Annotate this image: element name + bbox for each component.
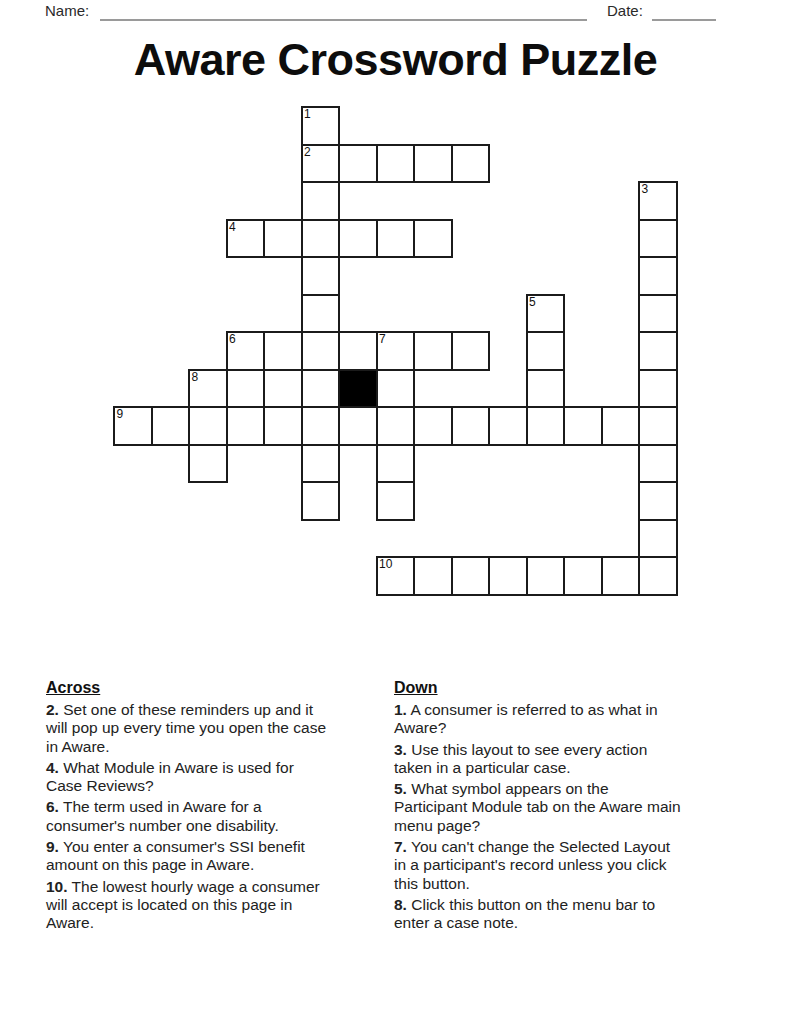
clue-line: 2. Set one of these reminders up and it bbox=[46, 701, 398, 719]
name-label: Name: bbox=[45, 2, 89, 19]
clue-across-4: 4. What Module in Aware is used forCase … bbox=[46, 759, 398, 796]
cell-number: 1 bbox=[304, 108, 311, 120]
clue-line: taken in a particular case. bbox=[394, 759, 746, 777]
grid-cell[interactable] bbox=[451, 144, 491, 184]
grid-cell[interactable] bbox=[638, 331, 678, 371]
clue-number-label: 3. bbox=[394, 741, 407, 758]
clue-line: menu page? bbox=[394, 817, 746, 835]
grid-cell[interactable] bbox=[413, 331, 453, 371]
clue-down-8: 8. Click this button on the menu bar toe… bbox=[394, 896, 746, 933]
down-heading: Down bbox=[394, 678, 746, 697]
cell-number: 8 bbox=[192, 371, 199, 383]
grid-cell[interactable] bbox=[188, 406, 228, 446]
clue-line: Aware? bbox=[394, 719, 746, 737]
cell-number: 5 bbox=[529, 296, 536, 308]
grid-cell[interactable] bbox=[638, 556, 678, 596]
grid-cell[interactable] bbox=[338, 406, 378, 446]
clue-line: in Aware. bbox=[46, 738, 398, 756]
clue-line: Participant Module tab on the Aware main bbox=[394, 798, 746, 816]
grid-cell[interactable] bbox=[263, 406, 303, 446]
grid-cell[interactable] bbox=[376, 369, 416, 409]
grid-cell[interactable] bbox=[338, 144, 378, 184]
clue-line: 9. You enter a consumer's SSI benefit bbox=[46, 838, 398, 856]
across-heading: Across bbox=[46, 678, 398, 697]
clue-line: this button. bbox=[394, 875, 746, 893]
clue-across-6: 6. The term used in Aware for aconsumer'… bbox=[46, 798, 398, 835]
clue-line: 10. The lowest hourly wage a consumer bbox=[46, 878, 398, 896]
across-clue-list: 2. Set one of these reminders up and itw… bbox=[46, 701, 398, 933]
clue-line: 4. What Module in Aware is used for bbox=[46, 759, 398, 777]
grid-cell[interactable] bbox=[526, 406, 566, 446]
date-blank-line[interactable] bbox=[652, 2, 716, 21]
clue-number-label: 4. bbox=[46, 759, 59, 776]
clue-line: Case Reviews? bbox=[46, 777, 398, 795]
clue-number-label: 5. bbox=[394, 780, 407, 797]
down-clue-list: 1. A consumer is referred to as what inA… bbox=[394, 701, 746, 933]
grid-cell[interactable] bbox=[451, 331, 491, 371]
clue-line: 8. Click this button on the menu bar to bbox=[394, 896, 746, 914]
grid-cell[interactable] bbox=[413, 556, 453, 596]
grid-cell[interactable] bbox=[638, 481, 678, 521]
grid-cell[interactable] bbox=[226, 406, 266, 446]
grid-cell[interactable] bbox=[301, 369, 341, 409]
clue-line: amount on this page in Aware. bbox=[46, 856, 398, 874]
grid-cell[interactable] bbox=[526, 556, 566, 596]
clue-line: 3. Use this layout to see every action bbox=[394, 741, 746, 759]
clue-down-5: 5. What symbol appears on theParticipant… bbox=[394, 780, 746, 835]
clue-down-1: 1. A consumer is referred to as what inA… bbox=[394, 701, 746, 738]
grid-cell[interactable] bbox=[151, 406, 191, 446]
grid-cell[interactable] bbox=[338, 219, 378, 259]
grid-cell[interactable] bbox=[338, 331, 378, 371]
grid-cell[interactable] bbox=[638, 519, 678, 559]
clue-number-label: 7. bbox=[394, 838, 407, 855]
grid-cell[interactable] bbox=[526, 369, 566, 409]
clue-line: 6. The term used in Aware for a bbox=[46, 798, 398, 816]
date-label: Date: bbox=[607, 2, 643, 19]
grid-cell[interactable] bbox=[413, 144, 453, 184]
cell-number: 3 bbox=[642, 183, 649, 195]
clue-number-label: 9. bbox=[46, 838, 59, 855]
grid-cell[interactable] bbox=[526, 331, 566, 371]
clue-line: 1. A consumer is referred to as what in bbox=[394, 701, 746, 719]
grid-cell[interactable] bbox=[301, 331, 341, 371]
cell-number: 6 bbox=[229, 333, 236, 345]
clue-across-2: 2. Set one of these reminders up and itw… bbox=[46, 701, 398, 756]
clue-line: will accept is located on this page in bbox=[46, 896, 398, 914]
grid-cell[interactable] bbox=[301, 181, 341, 221]
grid-cell[interactable] bbox=[638, 406, 678, 446]
grid-cell[interactable] bbox=[301, 294, 341, 334]
grid-cell[interactable] bbox=[638, 256, 678, 296]
crossword-worksheet: Name: Date: Aware Crossword Puzzle 12345… bbox=[0, 0, 791, 1024]
grid-cell[interactable] bbox=[376, 219, 416, 259]
grid-cell[interactable] bbox=[188, 444, 228, 484]
clue-line: Aware. bbox=[46, 914, 398, 932]
grid-cell[interactable] bbox=[563, 556, 603, 596]
crossword-grid: 12345678910 bbox=[113, 106, 679, 597]
grid-cell[interactable] bbox=[263, 331, 303, 371]
grid-cell[interactable] bbox=[601, 556, 641, 596]
across-clues-section: Across 2. Set one of these reminders up … bbox=[46, 678, 398, 936]
grid-cell[interactable] bbox=[488, 406, 528, 446]
cell-number: 10 bbox=[379, 558, 392, 570]
grid-cell[interactable] bbox=[301, 256, 341, 296]
grid-cell[interactable] bbox=[638, 219, 678, 259]
grid-cell[interactable] bbox=[638, 294, 678, 334]
clue-number-label: 1. bbox=[394, 701, 407, 718]
grid-cell[interactable] bbox=[601, 406, 641, 446]
grid-cell[interactable] bbox=[488, 556, 528, 596]
cell-number: 9 bbox=[117, 408, 124, 420]
down-clues-section: Down 1. A consumer is referred to as wha… bbox=[394, 678, 746, 936]
grid-cell[interactable] bbox=[376, 481, 416, 521]
clue-number-label: 10. bbox=[46, 878, 68, 895]
grid-cell[interactable] bbox=[638, 444, 678, 484]
clue-line: 5. What symbol appears on the bbox=[394, 780, 746, 798]
grid-cell[interactable] bbox=[301, 219, 341, 259]
grid-cell[interactable] bbox=[638, 369, 678, 409]
clue-number-label: 6. bbox=[46, 798, 59, 815]
clue-down-7: 7. You can't change the Selected Layouti… bbox=[394, 838, 746, 893]
grid-cell[interactable] bbox=[376, 406, 416, 446]
grid-cell[interactable] bbox=[226, 369, 266, 409]
clue-number-label: 8. bbox=[394, 896, 407, 913]
clue-line: 7. You can't change the Selected Layout bbox=[394, 838, 746, 856]
clue-down-3: 3. Use this layout to see every actionta… bbox=[394, 741, 746, 778]
name-blank-line[interactable] bbox=[100, 2, 587, 21]
clue-across-9: 9. You enter a consumer's SSI benefitamo… bbox=[46, 838, 398, 875]
puzzle-title: Aware Crossword Puzzle bbox=[0, 33, 791, 87]
grid-cell[interactable] bbox=[413, 406, 453, 446]
grid-cell[interactable] bbox=[563, 406, 603, 446]
grid-cell[interactable] bbox=[301, 481, 341, 521]
clue-number-label: 2. bbox=[46, 701, 59, 718]
clue-line: consumer's number one disability. bbox=[46, 817, 398, 835]
cell-number: 2 bbox=[304, 146, 311, 158]
grid-cell[interactable] bbox=[263, 369, 303, 409]
black-cell bbox=[338, 369, 378, 409]
cell-number: 7 bbox=[379, 333, 386, 345]
grid-cell[interactable] bbox=[301, 406, 341, 446]
cell-number: 4 bbox=[229, 221, 236, 233]
clue-line: enter a case note. bbox=[394, 914, 746, 932]
grid-cell[interactable] bbox=[263, 219, 303, 259]
clue-across-10: 10. The lowest hourly wage a consumerwil… bbox=[46, 878, 398, 933]
clue-line: will pop up every time you open the case bbox=[46, 719, 398, 737]
grid-cell[interactable] bbox=[413, 219, 453, 259]
clue-line: in a participant's record unless you cli… bbox=[394, 856, 746, 874]
grid-cell[interactable] bbox=[376, 444, 416, 484]
grid-cell[interactable] bbox=[451, 406, 491, 446]
grid-cell[interactable] bbox=[451, 556, 491, 596]
grid-cell[interactable] bbox=[376, 144, 416, 184]
grid-cell[interactable] bbox=[301, 444, 341, 484]
